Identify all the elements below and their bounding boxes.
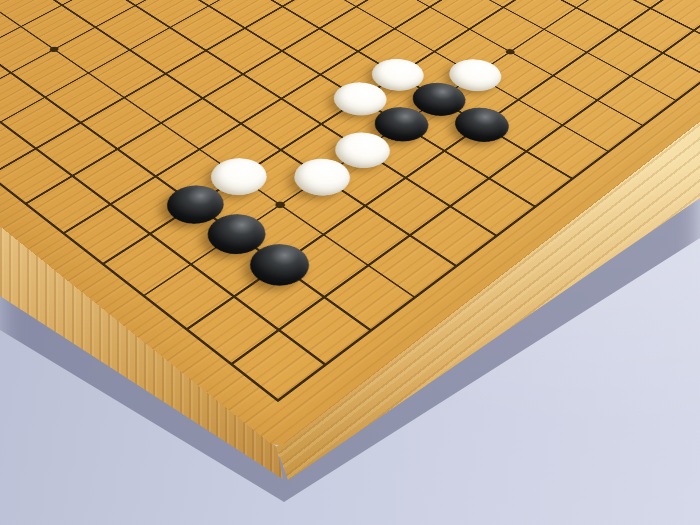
go-board-photo-scene — [0, 0, 700, 525]
